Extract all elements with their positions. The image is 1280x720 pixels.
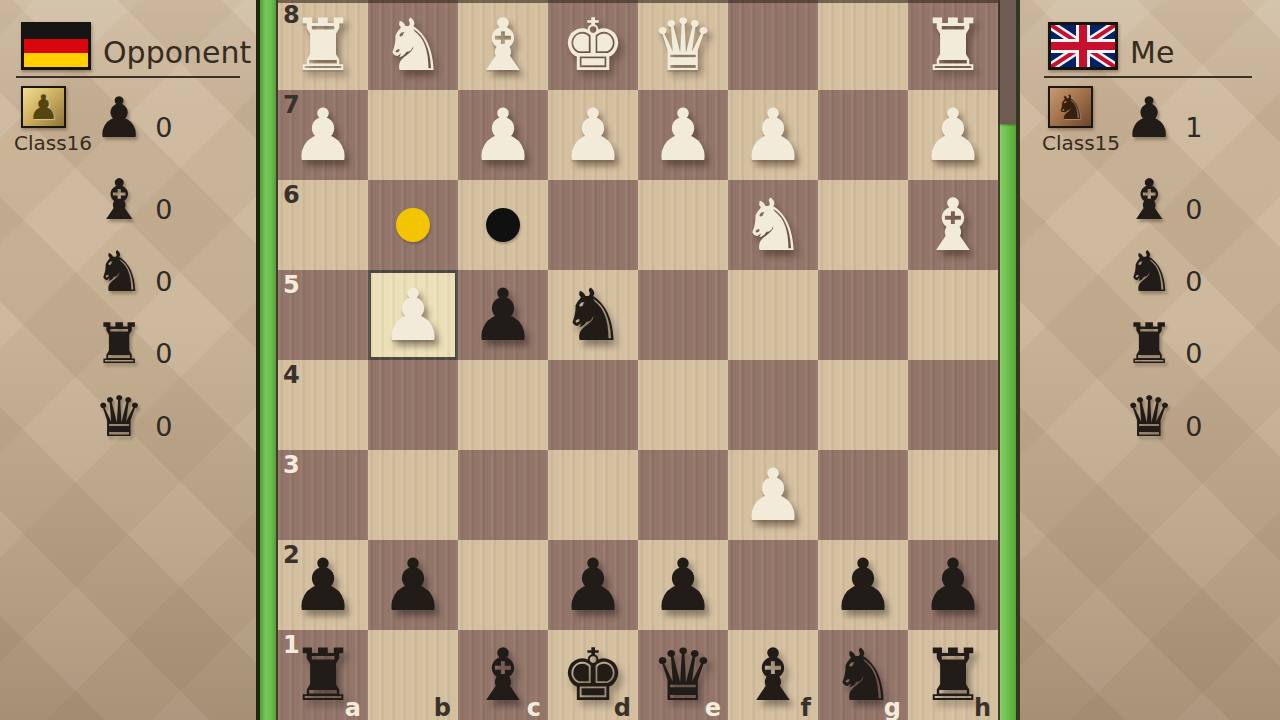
- opponent-captured-knight-count: 0: [155, 267, 172, 300]
- square-h6[interactable]: ♝: [908, 180, 998, 270]
- opponent-captured-bishop-count: 0: [155, 195, 172, 228]
- square-a1[interactable]: 1a♜: [278, 630, 368, 720]
- square-g4[interactable]: [818, 360, 908, 450]
- black-knight-d5: ♞: [561, 270, 626, 360]
- square-e1[interactable]: e♛: [638, 630, 728, 720]
- white-pawn-d7: ♟: [561, 90, 626, 180]
- opponent-captured-queen-row: ♛0: [94, 387, 172, 445]
- flag-stripe: [24, 39, 88, 53]
- square-f2[interactable]: [728, 540, 818, 630]
- opponent-name: Opponent: [103, 35, 251, 70]
- pawn-badge-icon: ♟: [28, 90, 58, 124]
- white-pawn-a7: ♟: [291, 90, 356, 180]
- white-pawn-f7: ♟: [741, 90, 806, 180]
- square-d4[interactable]: [548, 360, 638, 450]
- square-g3[interactable]: [818, 450, 908, 540]
- knight-counter-icon: ♞: [94, 244, 144, 300]
- move-marker-dot-c6: [486, 208, 520, 242]
- square-c5[interactable]: ♟: [458, 270, 548, 360]
- rank-label-1: 1: [283, 631, 300, 659]
- square-b5[interactable]: ♟: [368, 270, 458, 360]
- square-d8[interactable]: ♚: [548, 0, 638, 90]
- union-jack-icon: [1051, 25, 1115, 67]
- square-d6[interactable]: [548, 180, 638, 270]
- square-g6[interactable]: [818, 180, 908, 270]
- left-green-border-bar: [260, 0, 276, 720]
- me-captured-pawn-row: ♟1: [1124, 88, 1202, 146]
- rank-label-3: 3: [283, 451, 300, 479]
- me-captured-pawn-count: 1: [1185, 113, 1202, 146]
- square-c2[interactable]: [458, 540, 548, 630]
- white-pawn-e7: ♟: [651, 90, 716, 180]
- file-label-c: c: [527, 694, 541, 720]
- square-c6[interactable]: [458, 180, 548, 270]
- square-g2[interactable]: ♟: [818, 540, 908, 630]
- black-pawn-h2: ♟: [921, 540, 986, 630]
- square-d1[interactable]: d♚: [548, 630, 638, 720]
- square-d7[interactable]: ♟: [548, 90, 638, 180]
- knight-counter-icon: ♞: [1124, 244, 1174, 300]
- square-e8[interactable]: ♛: [638, 0, 728, 90]
- white-pawn-f3: ♟: [741, 450, 806, 540]
- black-pawn-a2: ♟: [291, 540, 356, 630]
- queen-counter-icon: ♛: [94, 389, 144, 445]
- rank-label-5: 5: [283, 271, 300, 299]
- germany-flag-icon: [21, 22, 91, 70]
- square-a7[interactable]: 7♟: [278, 90, 368, 180]
- me-captured-bishop-row: ♝0: [1124, 170, 1202, 228]
- flag-stripe: [24, 25, 88, 39]
- square-c8[interactable]: ♝: [458, 0, 548, 90]
- rank-label-6: 6: [283, 181, 300, 209]
- white-rook-h8: ♜: [921, 0, 986, 90]
- rank-label-7: 7: [283, 91, 300, 119]
- opponent-captured-pawn-count: 0: [155, 113, 172, 146]
- bishop-counter-icon: ♝: [1124, 172, 1174, 228]
- white-pawn-h7: ♟: [921, 90, 986, 180]
- white-knight-b8: ♞: [381, 0, 446, 90]
- file-label-a: a: [345, 694, 361, 720]
- white-pawn-c7: ♟: [471, 90, 536, 180]
- file-label-b: b: [434, 694, 451, 720]
- me-divider: [1044, 76, 1252, 78]
- square-h7[interactable]: ♟: [908, 90, 998, 180]
- opponent-captured-rook-row: ♜0: [94, 314, 172, 372]
- rook-counter-icon: ♜: [94, 316, 144, 372]
- opponent-class-badge: ♟: [21, 86, 66, 128]
- me-captured-bishop-count: 0: [1185, 195, 1202, 228]
- square-e5[interactable]: [638, 270, 728, 360]
- black-bishop-c1: ♝: [471, 630, 536, 720]
- black-pawn-b2: ♟: [381, 540, 446, 630]
- me-captured-knight-count: 0: [1185, 267, 1202, 300]
- opponent-captured-pawn-row: ♟0: [94, 88, 172, 146]
- square-h4[interactable]: [908, 360, 998, 450]
- square-e7[interactable]: ♟: [638, 90, 728, 180]
- square-h5[interactable]: [908, 270, 998, 360]
- square-f1[interactable]: f♝: [728, 630, 818, 720]
- me-panel: Me ♞ Class15 ♟1♝0♞0♜0♛0: [1020, 0, 1280, 720]
- knight-badge-icon: ♞: [1055, 90, 1085, 124]
- white-pawn-b5: ♟: [381, 270, 446, 360]
- queen-counter-icon: ♛: [1124, 389, 1174, 445]
- square-e2[interactable]: ♟: [638, 540, 728, 630]
- square-d5[interactable]: ♞: [548, 270, 638, 360]
- me-captured-knight-row: ♞0: [1124, 242, 1202, 300]
- bishop-counter-icon: ♝: [94, 172, 144, 228]
- pawn-counter-icon: ♟: [94, 90, 144, 146]
- square-a5[interactable]: 5: [278, 270, 368, 360]
- square-e6[interactable]: [638, 180, 728, 270]
- square-c7[interactable]: ♟: [458, 90, 548, 180]
- square-c3[interactable]: [458, 450, 548, 540]
- me-name: Me: [1130, 35, 1174, 70]
- square-e3[interactable]: [638, 450, 728, 540]
- square-a6[interactable]: 6: [278, 180, 368, 270]
- right-green-border-bar: [1000, 0, 1016, 720]
- chess-app-screen: Opponent ♟ Class16 ♟0♝0♞0♜0♛0 8♜♞♝♚♛♜7♟♟…: [0, 0, 1280, 720]
- black-bishop-f1: ♝: [741, 630, 806, 720]
- file-label-e: e: [705, 694, 721, 720]
- square-b2[interactable]: ♟: [368, 540, 458, 630]
- black-pawn-d2: ♟: [561, 540, 626, 630]
- rank-label-2: 2: [283, 541, 300, 569]
- square-a3[interactable]: 3: [278, 450, 368, 540]
- square-d2[interactable]: ♟: [548, 540, 638, 630]
- me-class-badge: ♞: [1048, 86, 1093, 128]
- rook-counter-icon: ♜: [1124, 316, 1174, 372]
- opponent-captured-rook-count: 0: [155, 339, 172, 372]
- file-label-f: f: [801, 694, 811, 720]
- white-king-d8: ♚: [561, 0, 626, 90]
- ai-progress-indicator: [1000, 0, 1016, 124]
- square-h1[interactable]: h♜: [908, 630, 998, 720]
- square-f6[interactable]: ♞: [728, 180, 818, 270]
- rank-label-8: 8: [283, 1, 300, 29]
- me-captured-queen-row: ♛0: [1124, 387, 1202, 445]
- square-d3[interactable]: [548, 450, 638, 540]
- square-h3[interactable]: [908, 450, 998, 540]
- square-b1[interactable]: b: [368, 630, 458, 720]
- square-h8[interactable]: ♜: [908, 0, 998, 90]
- white-rook-a8: ♜: [291, 0, 356, 90]
- square-a8[interactable]: 8♜: [278, 0, 368, 90]
- square-c4[interactable]: [458, 360, 548, 450]
- square-b8[interactable]: ♞: [368, 0, 458, 90]
- square-g8[interactable]: [818, 0, 908, 90]
- file-label-d: d: [614, 694, 631, 720]
- square-a4[interactable]: 4: [278, 360, 368, 450]
- board-frame: 8♜♞♝♚♛♜7♟♟♟♟♟♟6♞♝5♟♟♞43♟2♟♟♟♟♟♟1a♜bc♝d♚e…: [276, 0, 1000, 720]
- square-b4[interactable]: [368, 360, 458, 450]
- pawn-counter-icon: ♟: [1124, 90, 1174, 146]
- white-queen-e8: ♛: [651, 0, 716, 90]
- black-pawn-c5: ♟: [471, 270, 536, 360]
- square-g5[interactable]: [818, 270, 908, 360]
- opponent-divider: [16, 76, 240, 78]
- square-f3[interactable]: ♟: [728, 450, 818, 540]
- square-b3[interactable]: [368, 450, 458, 540]
- file-label-h: h: [974, 694, 991, 720]
- square-c1[interactable]: c♝: [458, 630, 548, 720]
- square-h2[interactable]: ♟: [908, 540, 998, 630]
- flag-stripe: [24, 53, 88, 67]
- square-g1[interactable]: g♞: [818, 630, 908, 720]
- united-kingdom-flag-icon: [1048, 22, 1118, 70]
- square-f8[interactable]: [728, 0, 818, 90]
- square-a2[interactable]: 2♟: [278, 540, 368, 630]
- white-bishop-h6: ♝: [921, 180, 986, 270]
- opponent-class-label: Class16: [14, 131, 92, 155]
- black-pawn-g2: ♟: [831, 540, 896, 630]
- rank-label-4: 4: [283, 361, 300, 389]
- square-b7[interactable]: [368, 90, 458, 180]
- opponent-panel: Opponent ♟ Class16 ♟0♝0♞0♜0♛0: [0, 0, 256, 720]
- board: 8♜♞♝♚♛♜7♟♟♟♟♟♟6♞♝5♟♟♞43♟2♟♟♟♟♟♟1a♜bc♝d♚e…: [278, 0, 998, 720]
- opponent-captured-bishop-row: ♝0: [94, 170, 172, 228]
- white-bishop-c8: ♝: [471, 0, 536, 90]
- me-captured-queen-count: 0: [1185, 412, 1202, 445]
- opponent-captured-knight-row: ♞0: [94, 242, 172, 300]
- square-e4[interactable]: [638, 360, 728, 450]
- white-knight-f6: ♞: [741, 180, 806, 270]
- move-marker-dot-b6: [396, 208, 430, 242]
- file-label-g: g: [884, 694, 901, 720]
- square-g7[interactable]: [818, 90, 908, 180]
- me-captured-rook-count: 0: [1185, 339, 1202, 372]
- square-f7[interactable]: ♟: [728, 90, 818, 180]
- me-captured-rook-row: ♜0: [1124, 314, 1202, 372]
- square-f4[interactable]: [728, 360, 818, 450]
- me-class-label: Class15: [1042, 131, 1120, 155]
- opponent-captured-queen-count: 0: [155, 412, 172, 445]
- square-b6[interactable]: [368, 180, 458, 270]
- square-f5[interactable]: [728, 270, 818, 360]
- black-pawn-e2: ♟: [651, 540, 716, 630]
